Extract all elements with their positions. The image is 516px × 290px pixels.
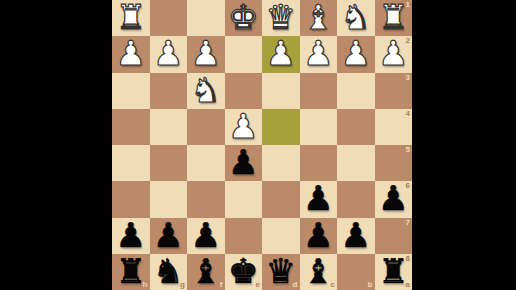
square-g8[interactable]: ♞︎g [150, 254, 188, 290]
black-rook[interactable]: ♜︎ [378, 254, 408, 288]
square-g2[interactable]: ♟︎ [150, 36, 188, 72]
square-h1[interactable]: ♜︎ [112, 0, 150, 36]
square-d3[interactable] [262, 73, 300, 109]
square-h3[interactable] [112, 73, 150, 109]
white-pawn[interactable]: ♟︎ [153, 36, 183, 70]
white-knight[interactable]: ♞︎ [341, 0, 371, 34]
square-g6[interactable] [150, 181, 188, 217]
square-d6[interactable] [262, 181, 300, 217]
coord-rank-5: 5 [406, 146, 410, 154]
square-a8[interactable]: ♜︎8a [375, 254, 413, 290]
square-b6[interactable] [337, 181, 375, 217]
square-b2[interactable]: ♟︎ [337, 36, 375, 72]
black-bishop[interactable]: ♝︎ [191, 254, 221, 288]
black-bishop[interactable]: ♝︎ [303, 254, 333, 288]
square-g1[interactable] [150, 0, 188, 36]
square-c2[interactable]: ♟︎ [300, 36, 338, 72]
square-e5[interactable]: ♟︎ [225, 145, 263, 181]
white-king[interactable]: ♚︎ [228, 0, 258, 34]
white-bishop[interactable]: ♝︎ [303, 0, 333, 34]
square-e1[interactable]: ♚︎ [225, 0, 263, 36]
square-f1[interactable] [187, 0, 225, 36]
square-b4[interactable] [337, 109, 375, 145]
square-h2[interactable]: ♟︎ [112, 36, 150, 72]
video-frame: ♜︎♚︎♛︎♝︎♞︎♜︎1♟︎♟︎♟︎♟︎♟︎♟︎♟︎2♞︎3♟︎4♟︎5♟︎♟… [0, 0, 516, 290]
square-a2[interactable]: ♟︎2 [375, 36, 413, 72]
square-h4[interactable] [112, 109, 150, 145]
square-b5[interactable] [337, 145, 375, 181]
square-e6[interactable] [225, 181, 263, 217]
square-b8[interactable]: b [337, 254, 375, 290]
white-pawn[interactable]: ♟︎ [228, 109, 258, 143]
square-d5[interactable] [262, 145, 300, 181]
coord-rank-7: 7 [406, 219, 410, 227]
square-e3[interactable] [225, 73, 263, 109]
black-pawn[interactable]: ♟︎ [228, 145, 258, 179]
white-pawn[interactable]: ♟︎ [266, 36, 296, 70]
white-pawn[interactable]: ♟︎ [378, 36, 408, 70]
square-d2[interactable]: ♟︎ [262, 36, 300, 72]
black-knight[interactable]: ♞︎ [153, 254, 183, 288]
square-b1[interactable]: ♞︎ [337, 0, 375, 36]
square-c1[interactable]: ♝︎ [300, 0, 338, 36]
square-f5[interactable] [187, 145, 225, 181]
square-b3[interactable] [337, 73, 375, 109]
square-g3[interactable] [150, 73, 188, 109]
square-d4[interactable] [262, 109, 300, 145]
black-pawn[interactable]: ♟︎ [116, 218, 146, 252]
black-pawn[interactable]: ♟︎ [303, 181, 333, 215]
white-rook[interactable]: ♜︎ [116, 0, 146, 34]
black-pawn[interactable]: ♟︎ [191, 218, 221, 252]
square-d7[interactable] [262, 218, 300, 254]
square-e2[interactable] [225, 36, 263, 72]
square-e4[interactable]: ♟︎ [225, 109, 263, 145]
coord-rank-3: 3 [406, 74, 410, 82]
square-c6[interactable]: ♟︎ [300, 181, 338, 217]
square-a3[interactable]: 3 [375, 73, 413, 109]
square-f8[interactable]: ♝︎f [187, 254, 225, 290]
black-pawn[interactable]: ♟︎ [153, 218, 183, 252]
square-e7[interactable] [225, 218, 263, 254]
square-f6[interactable] [187, 181, 225, 217]
coord-file-b: b [368, 281, 373, 289]
white-rook[interactable]: ♜︎ [378, 0, 408, 34]
square-f7[interactable]: ♟︎ [187, 218, 225, 254]
square-h8[interactable]: ♜︎h [112, 254, 150, 290]
square-a6[interactable]: ♟︎6 [375, 181, 413, 217]
square-e8[interactable]: ♚︎e [225, 254, 263, 290]
black-pawn[interactable]: ♟︎ [303, 218, 333, 252]
square-c4[interactable] [300, 109, 338, 145]
white-queen[interactable]: ♛︎ [266, 0, 296, 34]
square-c7[interactable]: ♟︎ [300, 218, 338, 254]
square-h6[interactable] [112, 181, 150, 217]
white-knight[interactable]: ♞︎ [191, 73, 221, 107]
white-pawn[interactable]: ♟︎ [191, 36, 221, 70]
white-pawn[interactable]: ♟︎ [116, 36, 146, 70]
black-pawn[interactable]: ♟︎ [341, 218, 371, 252]
square-g4[interactable] [150, 109, 188, 145]
white-pawn[interactable]: ♟︎ [341, 36, 371, 70]
black-king[interactable]: ♚︎ [228, 254, 258, 288]
square-f3[interactable]: ♞︎ [187, 73, 225, 109]
square-c3[interactable] [300, 73, 338, 109]
square-h7[interactable]: ♟︎ [112, 218, 150, 254]
square-g7[interactable]: ♟︎ [150, 218, 188, 254]
black-queen[interactable]: ♛︎ [266, 254, 296, 288]
square-a7[interactable]: 7 [375, 218, 413, 254]
black-rook[interactable]: ♜︎ [116, 254, 146, 288]
square-a5[interactable]: 5 [375, 145, 413, 181]
white-pawn[interactable]: ♟︎ [303, 36, 333, 70]
black-pawn[interactable]: ♟︎ [378, 181, 408, 215]
square-a4[interactable]: 4 [375, 109, 413, 145]
square-d8[interactable]: ♛︎d [262, 254, 300, 290]
square-c8[interactable]: ♝︎c [300, 254, 338, 290]
square-f2[interactable]: ♟︎ [187, 36, 225, 72]
square-g5[interactable] [150, 145, 188, 181]
square-d1[interactable]: ♛︎ [262, 0, 300, 36]
square-c5[interactable] [300, 145, 338, 181]
square-f4[interactable] [187, 109, 225, 145]
chess-board: ♜︎♚︎♛︎♝︎♞︎♜︎1♟︎♟︎♟︎♟︎♟︎♟︎♟︎2♞︎3♟︎4♟︎5♟︎♟… [112, 0, 412, 290]
square-a1[interactable]: ♜︎1 [375, 0, 413, 36]
square-b7[interactable]: ♟︎ [337, 218, 375, 254]
square-h5[interactable] [112, 145, 150, 181]
coord-rank-4: 4 [406, 110, 410, 118]
